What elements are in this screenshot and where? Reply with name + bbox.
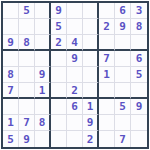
cell-r1c9[interactable]: 3 (131, 3, 147, 19)
cell-r1c1[interactable] (3, 3, 19, 19)
cell-r1c7[interactable] (99, 3, 115, 19)
cell-r3c8[interactable] (115, 35, 131, 51)
cell-r5c9[interactable]: 5 (131, 67, 147, 83)
cell-r8c7[interactable] (99, 115, 115, 131)
cell-r6c3[interactable]: 1 (35, 83, 51, 99)
cell-r6c4[interactable] (51, 83, 67, 99)
cell-r3c6[interactable] (83, 35, 99, 51)
cell-r6c2[interactable] (19, 83, 35, 99)
cell-r3c9[interactable] (131, 35, 147, 51)
cell-r7c3[interactable] (35, 99, 51, 115)
cell-r3c1[interactable]: 9 (3, 35, 19, 51)
cell-r2c7[interactable]: 2 (99, 19, 115, 35)
cell-r8c5[interactable] (67, 115, 83, 131)
cell-r2c4[interactable]: 5 (51, 19, 67, 35)
cell-r7c6[interactable]: 1 (83, 99, 99, 115)
cell-r8c6[interactable]: 9 (83, 115, 99, 131)
cell-r5c1[interactable]: 8 (3, 67, 19, 83)
cell-r6c6[interactable] (83, 83, 99, 99)
cell-r6c9[interactable] (131, 83, 147, 99)
cell-r4c4[interactable] (51, 51, 67, 67)
cell-r8c1[interactable]: 1 (3, 115, 19, 131)
cell-r7c1[interactable] (3, 99, 19, 115)
cell-r7c9[interactable]: 9 (131, 99, 147, 115)
cell-r3c4[interactable]: 2 (51, 35, 67, 51)
cell-r7c2[interactable] (19, 99, 35, 115)
cell-r4c8[interactable] (115, 51, 131, 67)
cell-r1c5[interactable] (67, 3, 83, 19)
cell-r1c8[interactable]: 6 (115, 3, 131, 19)
cell-r4c3[interactable] (35, 51, 51, 67)
cell-r9c3[interactable] (35, 131, 51, 147)
cell-r9c4[interactable] (51, 131, 67, 147)
cell-r7c8[interactable]: 5 (115, 99, 131, 115)
cell-r2c6[interactable] (83, 19, 99, 35)
cell-r8c9[interactable] (131, 115, 147, 131)
cell-r9c1[interactable]: 5 (3, 131, 19, 147)
cell-r2c3[interactable] (35, 19, 51, 35)
cell-r1c2[interactable]: 5 (19, 3, 35, 19)
cell-r8c3[interactable]: 8 (35, 115, 51, 131)
cell-r5c6[interactable] (83, 67, 99, 83)
cell-r9c6[interactable]: 2 (83, 131, 99, 147)
cell-r4c9[interactable]: 6 (131, 51, 147, 67)
cell-r6c7[interactable] (99, 83, 115, 99)
cell-r9c5[interactable] (67, 131, 83, 147)
cell-r7c4[interactable] (51, 99, 67, 115)
cell-r3c2[interactable]: 8 (19, 35, 35, 51)
cell-r5c4[interactable] (51, 67, 67, 83)
cell-r2c9[interactable]: 8 (131, 19, 147, 35)
cell-r9c2[interactable]: 9 (19, 131, 35, 147)
cell-r5c8[interactable] (115, 67, 131, 83)
cell-r8c2[interactable]: 7 (19, 115, 35, 131)
cell-r5c2[interactable] (19, 67, 35, 83)
cell-r2c5[interactable] (67, 19, 83, 35)
cell-r9c7[interactable] (99, 131, 115, 147)
cell-r2c8[interactable]: 9 (115, 19, 131, 35)
cell-r8c8[interactable] (115, 115, 131, 131)
cell-r4c7[interactable]: 7 (99, 51, 115, 67)
cell-r3c7[interactable] (99, 35, 115, 51)
cell-r1c6[interactable] (83, 3, 99, 19)
cell-r6c1[interactable]: 7 (3, 83, 19, 99)
cell-r3c5[interactable]: 4 (67, 35, 83, 51)
sudoku-board: 5963529898249768915712615917895927 (1, 1, 149, 149)
cell-r4c6[interactable] (83, 51, 99, 67)
cell-r2c1[interactable] (3, 19, 19, 35)
cell-r4c2[interactable] (19, 51, 35, 67)
cell-r2c2[interactable] (19, 19, 35, 35)
cell-r5c5[interactable] (67, 67, 83, 83)
cell-r9c9[interactable] (131, 131, 147, 147)
cell-r3c3[interactable] (35, 35, 51, 51)
cell-r1c4[interactable]: 9 (51, 3, 67, 19)
cell-r1c3[interactable] (35, 3, 51, 19)
cell-r8c4[interactable] (51, 115, 67, 131)
cell-r4c1[interactable] (3, 51, 19, 67)
cell-r6c8[interactable] (115, 83, 131, 99)
cell-r4c5[interactable]: 9 (67, 51, 83, 67)
cell-r7c5[interactable]: 6 (67, 99, 83, 115)
cell-r9c8[interactable]: 7 (115, 131, 131, 147)
cell-r6c5[interactable]: 2 (67, 83, 83, 99)
cell-r5c7[interactable]: 1 (99, 67, 115, 83)
cell-r7c7[interactable] (99, 99, 115, 115)
cell-r5c3[interactable]: 9 (35, 67, 51, 83)
